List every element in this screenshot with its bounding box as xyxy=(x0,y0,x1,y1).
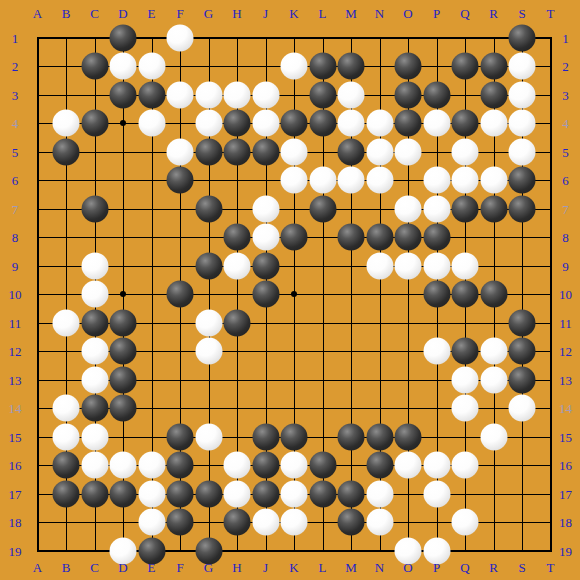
col-label-bottom-T: T xyxy=(547,560,555,573)
row-label-right-13: 13 xyxy=(559,373,572,386)
row-label-left-14: 14 xyxy=(9,402,22,415)
stone-black-D12 xyxy=(110,338,137,365)
stone-white-F5 xyxy=(167,138,194,165)
col-label-top-J: J xyxy=(263,6,268,19)
row-label-left-1: 1 xyxy=(12,31,19,44)
col-label-bottom-J: J xyxy=(263,560,268,573)
stone-white-C9 xyxy=(81,252,108,279)
col-label-top-L: L xyxy=(319,6,327,19)
star-point-D4 xyxy=(120,120,126,126)
row-label-left-4: 4 xyxy=(12,117,19,130)
stone-black-M18 xyxy=(338,509,365,536)
stone-white-R15 xyxy=(480,423,507,450)
stone-white-N6 xyxy=(366,167,393,194)
col-label-top-T: T xyxy=(547,6,555,19)
col-label-top-K: K xyxy=(289,6,298,19)
stone-black-O3 xyxy=(395,81,422,108)
stone-black-D14 xyxy=(110,395,137,422)
stone-white-S4 xyxy=(509,110,536,137)
stone-black-M17 xyxy=(338,480,365,507)
stone-black-P10 xyxy=(423,281,450,308)
stone-white-J4 xyxy=(252,110,279,137)
row-label-right-6: 6 xyxy=(562,174,569,187)
stone-white-H3 xyxy=(224,81,251,108)
stone-white-N18 xyxy=(366,509,393,536)
stone-black-L4 xyxy=(309,110,336,137)
stone-white-Q5 xyxy=(452,138,479,165)
stone-black-K4 xyxy=(281,110,308,137)
star-point-K10 xyxy=(291,291,297,297)
stone-white-K5 xyxy=(281,138,308,165)
stone-white-H17 xyxy=(224,480,251,507)
row-label-right-19: 19 xyxy=(559,544,572,557)
stone-white-Q6 xyxy=(452,167,479,194)
col-label-bottom-F: F xyxy=(176,560,183,573)
row-label-left-19: 19 xyxy=(9,544,22,557)
stone-black-J9 xyxy=(252,252,279,279)
row-label-left-9: 9 xyxy=(12,259,19,272)
stone-white-D16 xyxy=(110,452,137,479)
col-label-bottom-B: B xyxy=(62,560,71,573)
stone-black-F16 xyxy=(167,452,194,479)
stone-black-D13 xyxy=(110,366,137,393)
stone-white-P17 xyxy=(423,480,450,507)
stone-white-C16 xyxy=(81,452,108,479)
row-label-right-4: 4 xyxy=(562,117,569,130)
col-label-bottom-C: C xyxy=(90,560,99,573)
col-label-top-P: P xyxy=(433,6,440,19)
stone-black-O2 xyxy=(395,53,422,80)
stone-black-L3 xyxy=(309,81,336,108)
stone-white-E16 xyxy=(138,452,165,479)
stone-black-M15 xyxy=(338,423,365,450)
row-label-left-11: 11 xyxy=(9,316,22,329)
stone-white-P4 xyxy=(423,110,450,137)
stone-white-O5 xyxy=(395,138,422,165)
row-label-left-5: 5 xyxy=(12,145,19,158)
col-label-top-M: M xyxy=(345,6,357,19)
stone-white-G11 xyxy=(195,309,222,336)
stone-black-C7 xyxy=(81,195,108,222)
stone-black-C4 xyxy=(81,110,108,137)
stone-black-G5 xyxy=(195,138,222,165)
stone-white-B11 xyxy=(53,309,80,336)
stone-black-P3 xyxy=(423,81,450,108)
col-label-bottom-L: L xyxy=(319,560,327,573)
stone-black-L17 xyxy=(309,480,336,507)
row-label-right-2: 2 xyxy=(562,60,569,73)
row-label-left-12: 12 xyxy=(9,345,22,358)
stone-black-O4 xyxy=(395,110,422,137)
stone-black-D11 xyxy=(110,309,137,336)
col-label-top-N: N xyxy=(375,6,384,19)
col-label-bottom-G: G xyxy=(204,560,213,573)
col-label-top-C: C xyxy=(90,6,99,19)
col-label-bottom-O: O xyxy=(403,560,412,573)
stone-black-J10 xyxy=(252,281,279,308)
stone-black-M5 xyxy=(338,138,365,165)
stone-black-S1 xyxy=(509,24,536,51)
stone-black-N16 xyxy=(366,452,393,479)
col-label-bottom-P: P xyxy=(433,560,440,573)
stone-black-L7 xyxy=(309,195,336,222)
row-label-right-5: 5 xyxy=(562,145,569,158)
col-label-top-H: H xyxy=(232,6,241,19)
row-label-right-8: 8 xyxy=(562,231,569,244)
stone-black-C11 xyxy=(81,309,108,336)
stone-white-N4 xyxy=(366,110,393,137)
col-label-bottom-A: A xyxy=(33,560,42,573)
stone-white-M4 xyxy=(338,110,365,137)
stone-black-D3 xyxy=(110,81,137,108)
stone-black-F18 xyxy=(167,509,194,536)
stone-white-B14 xyxy=(53,395,80,422)
stone-black-M2 xyxy=(338,53,365,80)
row-label-right-15: 15 xyxy=(559,430,572,443)
stone-white-N9 xyxy=(366,252,393,279)
stone-white-O7 xyxy=(395,195,422,222)
row-label-right-16: 16 xyxy=(559,459,572,472)
row-label-right-9: 9 xyxy=(562,259,569,272)
stone-white-Q9 xyxy=(452,252,479,279)
stone-black-D17 xyxy=(110,480,137,507)
stone-white-J8 xyxy=(252,224,279,251)
row-label-left-15: 15 xyxy=(9,430,22,443)
col-label-bottom-D: D xyxy=(118,560,127,573)
col-label-bottom-R: R xyxy=(489,560,498,573)
stone-white-S5 xyxy=(509,138,536,165)
stone-white-N17 xyxy=(366,480,393,507)
row-label-right-12: 12 xyxy=(559,345,572,358)
stone-white-G12 xyxy=(195,338,222,365)
stone-black-S13 xyxy=(509,366,536,393)
stone-black-F6 xyxy=(167,167,194,194)
stone-white-M3 xyxy=(338,81,365,108)
stone-black-Q12 xyxy=(452,338,479,365)
col-label-bottom-E: E xyxy=(148,560,156,573)
col-label-top-G: G xyxy=(204,6,213,19)
star-point-D10 xyxy=(120,291,126,297)
stone-black-Q4 xyxy=(452,110,479,137)
stone-white-K16 xyxy=(281,452,308,479)
stone-black-H8 xyxy=(224,224,251,251)
stone-black-R3 xyxy=(480,81,507,108)
stone-white-J18 xyxy=(252,509,279,536)
row-label-left-17: 17 xyxy=(9,487,22,500)
stone-white-K2 xyxy=(281,53,308,80)
row-label-right-10: 10 xyxy=(559,288,572,301)
stone-white-C13 xyxy=(81,366,108,393)
stone-white-O16 xyxy=(395,452,422,479)
stone-white-R12 xyxy=(480,338,507,365)
stone-black-H18 xyxy=(224,509,251,536)
stone-black-E3 xyxy=(138,81,165,108)
row-label-right-3: 3 xyxy=(562,88,569,101)
stone-black-O15 xyxy=(395,423,422,450)
col-label-top-A: A xyxy=(33,6,42,19)
stone-white-S14 xyxy=(509,395,536,422)
stone-black-P8 xyxy=(423,224,450,251)
stone-black-F10 xyxy=(167,281,194,308)
stone-black-N8 xyxy=(366,224,393,251)
stone-white-E18 xyxy=(138,509,165,536)
col-label-bottom-N: N xyxy=(375,560,384,573)
stone-white-P12 xyxy=(423,338,450,365)
stone-white-C12 xyxy=(81,338,108,365)
stone-black-F15 xyxy=(167,423,194,450)
stone-white-E2 xyxy=(138,53,165,80)
col-label-top-Q: Q xyxy=(460,6,469,19)
stone-black-S11 xyxy=(509,309,536,336)
stone-black-S6 xyxy=(509,167,536,194)
stone-white-D2 xyxy=(110,53,137,80)
row-label-right-7: 7 xyxy=(562,202,569,215)
stone-white-R4 xyxy=(480,110,507,137)
col-label-top-E: E xyxy=(148,6,156,19)
row-label-left-8: 8 xyxy=(12,231,19,244)
stone-white-G3 xyxy=(195,81,222,108)
stone-white-H16 xyxy=(224,452,251,479)
col-label-top-O: O xyxy=(403,6,412,19)
stone-black-G7 xyxy=(195,195,222,222)
stone-white-J7 xyxy=(252,195,279,222)
row-label-left-18: 18 xyxy=(9,516,22,529)
col-label-top-F: F xyxy=(176,6,183,19)
stone-white-F3 xyxy=(167,81,194,108)
stone-black-O8 xyxy=(395,224,422,251)
stone-black-S7 xyxy=(509,195,536,222)
stone-black-F17 xyxy=(167,480,194,507)
row-label-left-7: 7 xyxy=(12,202,19,215)
stone-black-M8 xyxy=(338,224,365,251)
col-label-top-B: B xyxy=(62,6,71,19)
stone-black-B5 xyxy=(53,138,80,165)
stone-black-C14 xyxy=(81,395,108,422)
stone-black-L2 xyxy=(309,53,336,80)
stone-black-H5 xyxy=(224,138,251,165)
stone-white-S2 xyxy=(509,53,536,80)
stone-white-B4 xyxy=(53,110,80,137)
stone-white-N5 xyxy=(366,138,393,165)
stone-white-K6 xyxy=(281,167,308,194)
stone-white-B15 xyxy=(53,423,80,450)
stone-black-C17 xyxy=(81,480,108,507)
goban[interactable]: AABBCCDDEEFFGGHHJJKKLLMMNNOOPPQQRRSSTT11… xyxy=(0,0,580,580)
stone-white-C15 xyxy=(81,423,108,450)
row-label-left-2: 2 xyxy=(12,60,19,73)
stone-black-Q2 xyxy=(452,53,479,80)
stone-white-F1 xyxy=(167,24,194,51)
col-label-top-S: S xyxy=(518,6,525,19)
stone-white-G15 xyxy=(195,423,222,450)
row-label-right-18: 18 xyxy=(559,516,572,529)
stone-white-J3 xyxy=(252,81,279,108)
stone-black-G17 xyxy=(195,480,222,507)
row-label-left-16: 16 xyxy=(9,459,22,472)
stone-black-H11 xyxy=(224,309,251,336)
stone-white-O9 xyxy=(395,252,422,279)
row-label-left-13: 13 xyxy=(9,373,22,386)
row-label-left-10: 10 xyxy=(9,288,22,301)
stone-black-B17 xyxy=(53,480,80,507)
stone-black-S12 xyxy=(509,338,536,365)
col-label-top-R: R xyxy=(489,6,498,19)
stone-white-Q16 xyxy=(452,452,479,479)
stone-black-Q10 xyxy=(452,281,479,308)
stone-white-M6 xyxy=(338,167,365,194)
row-label-right-11: 11 xyxy=(559,316,572,329)
stone-white-K18 xyxy=(281,509,308,536)
stone-black-Q7 xyxy=(452,195,479,222)
stone-white-K17 xyxy=(281,480,308,507)
col-label-top-D: D xyxy=(118,6,127,19)
stone-white-P9 xyxy=(423,252,450,279)
row-label-left-6: 6 xyxy=(12,174,19,187)
stone-black-J16 xyxy=(252,452,279,479)
stone-black-J5 xyxy=(252,138,279,165)
stone-black-L16 xyxy=(309,452,336,479)
stone-black-R2 xyxy=(480,53,507,80)
stone-white-R13 xyxy=(480,366,507,393)
stone-black-J15 xyxy=(252,423,279,450)
stone-white-C10 xyxy=(81,281,108,308)
row-label-right-17: 17 xyxy=(559,487,572,500)
stone-white-E17 xyxy=(138,480,165,507)
stone-black-R10 xyxy=(480,281,507,308)
stone-black-D1 xyxy=(110,24,137,51)
stone-white-S3 xyxy=(509,81,536,108)
stone-black-J17 xyxy=(252,480,279,507)
stone-white-G4 xyxy=(195,110,222,137)
stone-black-K8 xyxy=(281,224,308,251)
col-label-bottom-K: K xyxy=(289,560,298,573)
col-label-bottom-H: H xyxy=(232,560,241,573)
stone-white-Q14 xyxy=(452,395,479,422)
stone-black-H4 xyxy=(224,110,251,137)
col-label-bottom-Q: Q xyxy=(460,560,469,573)
stone-white-Q13 xyxy=(452,366,479,393)
row-label-right-1: 1 xyxy=(562,31,569,44)
stone-black-R7 xyxy=(480,195,507,222)
stone-white-P6 xyxy=(423,167,450,194)
stone-white-H9 xyxy=(224,252,251,279)
stone-black-G9 xyxy=(195,252,222,279)
row-label-right-14: 14 xyxy=(559,402,572,415)
col-label-bottom-M: M xyxy=(345,560,357,573)
stone-white-R6 xyxy=(480,167,507,194)
stone-black-K15 xyxy=(281,423,308,450)
col-label-bottom-S: S xyxy=(518,560,525,573)
stone-white-Q18 xyxy=(452,509,479,536)
stone-black-N15 xyxy=(366,423,393,450)
stone-white-L6 xyxy=(309,167,336,194)
stone-white-P16 xyxy=(423,452,450,479)
stone-black-C2 xyxy=(81,53,108,80)
stone-black-B16 xyxy=(53,452,80,479)
row-label-left-3: 3 xyxy=(12,88,19,101)
stone-white-P7 xyxy=(423,195,450,222)
stone-white-E4 xyxy=(138,110,165,137)
